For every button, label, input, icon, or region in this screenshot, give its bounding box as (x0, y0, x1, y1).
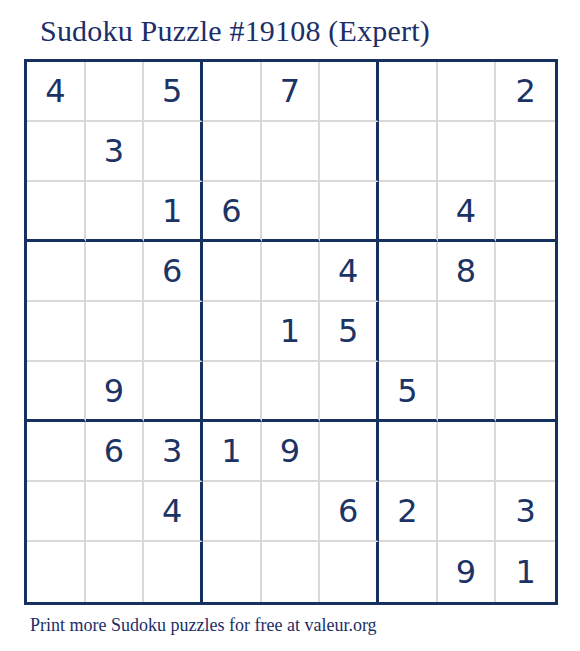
sudoku-cell-empty (203, 302, 262, 362)
sudoku-cell-given: 3 (86, 122, 145, 182)
sudoku-cell-empty (86, 182, 145, 242)
sudoku-cell-given: 9 (438, 542, 497, 602)
sudoku-cell-given: 2 (379, 482, 438, 542)
sudoku-cell-empty (496, 182, 555, 242)
sudoku-cell-given: 3 (496, 482, 555, 542)
sudoku-cell-empty (379, 182, 438, 242)
sudoku-cell-empty (144, 302, 203, 362)
sudoku-cell-empty (203, 62, 262, 122)
sudoku-cell-empty (27, 362, 86, 422)
sudoku-cell-empty (379, 242, 438, 302)
sudoku-cell-given: 3 (144, 422, 203, 482)
sudoku-cell-empty (86, 242, 145, 302)
sudoku-cell-empty (27, 482, 86, 542)
sudoku-cell-given: 4 (320, 242, 379, 302)
sudoku-cell-empty (379, 302, 438, 362)
sudoku-cell-empty (203, 362, 262, 422)
sudoku-cell-given: 4 (438, 182, 497, 242)
sudoku-cell-empty (320, 422, 379, 482)
sudoku-cell-empty (438, 62, 497, 122)
sudoku-cell-empty (320, 182, 379, 242)
sudoku-cell-empty (144, 362, 203, 422)
sudoku-cell-empty (27, 122, 86, 182)
sudoku-cell-empty (86, 482, 145, 542)
sudoku-cell-given: 4 (27, 62, 86, 122)
sudoku-cell-given: 1 (496, 542, 555, 602)
sudoku-cell-given: 1 (144, 182, 203, 242)
sudoku-cell-empty (262, 182, 321, 242)
sudoku-cell-empty (496, 302, 555, 362)
sudoku-cell-empty (438, 422, 497, 482)
sudoku-cell-empty (379, 122, 438, 182)
sudoku-cell-empty (203, 542, 262, 602)
sudoku-cell-given: 5 (144, 62, 203, 122)
sudoku-cell-given: 6 (320, 482, 379, 542)
sudoku-cell-empty (262, 542, 321, 602)
sudoku-cell-empty (27, 422, 86, 482)
sudoku-cell-empty (262, 362, 321, 422)
sudoku-cell-given: 5 (320, 302, 379, 362)
sudoku-cell-empty (86, 62, 145, 122)
page-title: Sudoku Puzzle #19108 (Expert) (40, 14, 430, 48)
sudoku-cell-given: 7 (262, 62, 321, 122)
sudoku-cell-given: 9 (262, 422, 321, 482)
sudoku-cell-given: 6 (86, 422, 145, 482)
sudoku-cell-empty (144, 542, 203, 602)
sudoku-cell-given: 6 (203, 182, 262, 242)
sudoku-cell-empty (320, 122, 379, 182)
sudoku-cell-empty (496, 242, 555, 302)
sudoku-cell-empty (262, 242, 321, 302)
sudoku-cell-given: 1 (203, 422, 262, 482)
sudoku-cell-given: 5 (379, 362, 438, 422)
sudoku-cell-empty (438, 122, 497, 182)
sudoku-cell-empty (438, 482, 497, 542)
sudoku-cell-empty (27, 542, 86, 602)
sudoku-cell-empty (203, 122, 262, 182)
sudoku-cell-empty (262, 122, 321, 182)
sudoku-cell-empty (86, 542, 145, 602)
sudoku-cell-empty (144, 122, 203, 182)
sudoku-cell-empty (496, 422, 555, 482)
sudoku-grid: 4572316464815956319462391 (24, 59, 558, 605)
sudoku-cell-given: 8 (438, 242, 497, 302)
sudoku-cell-empty (203, 242, 262, 302)
sudoku-cell-empty (496, 362, 555, 422)
sudoku-cell-empty (438, 362, 497, 422)
sudoku-cell-empty (320, 62, 379, 122)
sudoku-cell-given: 1 (262, 302, 321, 362)
sudoku-cell-empty (496, 122, 555, 182)
sudoku-cell-empty (320, 542, 379, 602)
sudoku-cell-given: 9 (86, 362, 145, 422)
footer-text: Print more Sudoku puzzles for free at va… (30, 615, 377, 636)
sudoku-cell-empty (262, 482, 321, 542)
sudoku-cell-empty (203, 482, 262, 542)
sudoku-cell-given: 4 (144, 482, 203, 542)
sudoku-cell-empty (379, 422, 438, 482)
sudoku-cell-empty (86, 302, 145, 362)
sudoku-cell-empty (320, 362, 379, 422)
sudoku-cell-empty (438, 302, 497, 362)
sudoku-cell-empty (379, 62, 438, 122)
sudoku-cell-empty (379, 542, 438, 602)
sudoku-cell-given: 6 (144, 242, 203, 302)
sudoku-cell-given: 2 (496, 62, 555, 122)
sudoku-cell-empty (27, 302, 86, 362)
sudoku-cell-empty (27, 242, 86, 302)
sudoku-cell-empty (27, 182, 86, 242)
